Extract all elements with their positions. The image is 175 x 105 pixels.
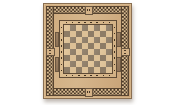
frame-markers-right <box>114 25 116 74</box>
frame-marker <box>103 75 105 77</box>
frame-marker <box>90 75 92 77</box>
band-gap-left <box>46 48 55 56</box>
frame-marker <box>109 22 111 24</box>
frame-marker <box>72 75 74 77</box>
frame-marker <box>114 70 116 72</box>
frame-marker <box>61 33 63 35</box>
frame-marker <box>114 33 116 35</box>
frame-marker <box>90 22 92 24</box>
frame-marker <box>61 57 63 59</box>
inlay-dot <box>89 91 90 92</box>
frame-marker <box>61 64 63 66</box>
frame-marker <box>114 57 116 59</box>
inlay-dot <box>89 9 90 10</box>
inlay-dot <box>87 91 88 92</box>
frame-marker <box>61 45 63 47</box>
frame-markers-bottom <box>64 75 113 77</box>
frame-marker <box>61 27 63 29</box>
frame-marker <box>66 22 68 24</box>
frame-marker <box>84 22 86 24</box>
frame-marker <box>72 22 74 24</box>
frame-marker <box>66 75 68 77</box>
inlay-dot <box>49 53 50 54</box>
frame-marker <box>61 51 63 53</box>
band-gap-top <box>85 6 93 15</box>
frame-marker <box>103 22 105 24</box>
band-gap-right <box>121 48 130 56</box>
frame-marker <box>114 45 116 47</box>
inlay-dot <box>49 50 50 51</box>
frame-marker <box>84 75 86 77</box>
frame-markers-left <box>61 25 63 74</box>
frame-marker <box>96 22 98 24</box>
chess-field-frame <box>59 20 117 78</box>
frame-marker <box>61 70 63 72</box>
inlay-dot <box>124 53 125 54</box>
frame-marker <box>114 51 116 53</box>
frame-marker <box>114 39 116 41</box>
frame-markers-top <box>64 22 113 24</box>
frame-marker <box>78 75 80 77</box>
page-background <box>0 0 175 105</box>
frame-marker <box>109 75 111 77</box>
square-h1[interactable] <box>106 67 112 73</box>
inlay-dot <box>87 9 88 10</box>
frame-marker <box>114 27 116 29</box>
frame-marker <box>114 64 116 66</box>
frame-marker <box>78 22 80 24</box>
band-gap-bottom <box>85 88 93 97</box>
frame-marker <box>96 75 98 77</box>
frame-marker <box>61 39 63 41</box>
chess-board <box>43 3 132 99</box>
inlay-dot <box>124 50 125 51</box>
chess-grid <box>63 24 113 74</box>
